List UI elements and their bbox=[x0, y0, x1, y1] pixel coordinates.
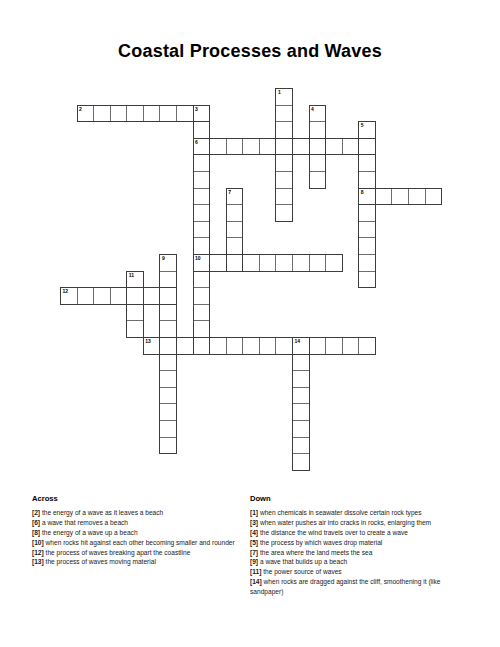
crossword-cell-r1c15 bbox=[309, 105, 327, 123]
crossword-cell-r2c15 bbox=[309, 121, 327, 139]
down-header: Down bbox=[250, 494, 468, 504]
crossword-cell-r19c14 bbox=[292, 403, 310, 421]
clue-number: [8] bbox=[32, 529, 40, 536]
clue-down-4: [4] the distance the wind travels over t… bbox=[250, 528, 468, 538]
crossword-cell-r9c10 bbox=[226, 237, 244, 255]
crossword-cell-r3c16 bbox=[325, 138, 343, 156]
crossword-cell-r2c8 bbox=[193, 121, 211, 139]
crossword-cell-r10c12 bbox=[259, 254, 277, 272]
clue-number: [10] bbox=[32, 539, 44, 546]
crossword-cell-r12c0 bbox=[60, 287, 78, 305]
clue-number: [1] bbox=[250, 509, 258, 516]
crossword-cell-r10c18 bbox=[358, 254, 376, 272]
crossword-cell-r12c4 bbox=[126, 287, 144, 305]
crossword-cell-r14c6 bbox=[159, 320, 177, 338]
clue-number: [4] bbox=[250, 529, 258, 536]
crossword-cell-r1c1 bbox=[77, 105, 95, 123]
down-clues-column: Down [1] when chemicals in seawater diss… bbox=[250, 494, 468, 597]
across-clue-list: [2] the energy of a wave as it leaves a … bbox=[32, 508, 251, 567]
crossword-cell-r4c13 bbox=[275, 154, 293, 172]
crossword-cell-r9c18 bbox=[358, 237, 376, 255]
clue-number: [12] bbox=[32, 549, 44, 556]
crossword-cell-r15c13 bbox=[275, 337, 293, 355]
crossword-cell-r10c10 bbox=[226, 254, 244, 272]
crossword-cell-r9c8 bbox=[193, 237, 211, 255]
crossword-cell-r21c6 bbox=[159, 437, 177, 455]
crossword-cell-r4c8 bbox=[193, 154, 211, 172]
crossword-cell-r4c15 bbox=[309, 154, 327, 172]
crossword-cell-r15c8 bbox=[193, 337, 211, 355]
crossword-cell-r7c13 bbox=[275, 204, 293, 222]
clue-number: [14] bbox=[250, 578, 262, 585]
crossword-cell-r15c16 bbox=[325, 337, 343, 355]
clue-across-8: [8] the energy of a wave up a beach bbox=[32, 528, 251, 538]
page-title: Coastal Processes and Waves bbox=[0, 41, 500, 62]
crossword-cell-r15c5 bbox=[143, 337, 161, 355]
clue-down-14: [14] when rocks are dragged against the … bbox=[250, 577, 468, 597]
crossword-cell-r5c15 bbox=[309, 171, 327, 189]
crossword-cell-r3c12 bbox=[259, 138, 277, 156]
crossword-cell-r1c13 bbox=[275, 105, 293, 123]
crossword-cell-r13c8 bbox=[193, 304, 211, 322]
crossword-cell-r6c18 bbox=[358, 188, 376, 206]
crossword-cell-r3c13 bbox=[275, 138, 293, 156]
clue-number: [11] bbox=[250, 568, 261, 575]
crossword-cell-r14c4 bbox=[126, 320, 144, 338]
down-clue-list: [1] when chemicals in seawater dissolve … bbox=[250, 508, 468, 597]
crossword-cell-r22c14 bbox=[292, 453, 310, 471]
crossword-cell-r16c14 bbox=[292, 354, 310, 372]
crossword-cell-r1c5 bbox=[143, 105, 161, 123]
crossword-cell-r5c13 bbox=[275, 171, 293, 189]
crossword-cell-r6c8 bbox=[193, 188, 211, 206]
crossword-cell-r1c7 bbox=[176, 105, 194, 123]
crossword-cell-r17c14 bbox=[292, 370, 310, 388]
clue-number: [7] bbox=[250, 549, 258, 556]
crossword-cell-r3c8 bbox=[193, 138, 211, 156]
crossword-cell-r8c10 bbox=[226, 221, 244, 239]
crossword-cell-r13c4 bbox=[126, 304, 144, 322]
crossword-cell-r6c22 bbox=[425, 188, 443, 206]
across-clues-column: Across [2] the energy of a wave as it le… bbox=[32, 494, 251, 567]
clue-number: [6] bbox=[32, 519, 40, 526]
crossword-cell-r11c4 bbox=[126, 271, 144, 289]
crossword-cell-r1c4 bbox=[126, 105, 144, 123]
crossword-cell-r1c2 bbox=[93, 105, 111, 123]
crossword-cell-r12c3 bbox=[110, 287, 128, 305]
crossword-cell-r12c1 bbox=[77, 287, 95, 305]
clue-down-7: [7] the area where the land meets the se… bbox=[250, 548, 468, 558]
crossword-cell-r5c8 bbox=[193, 171, 211, 189]
crossword-cell-r8c18 bbox=[358, 221, 376, 239]
crossword-cell-r6c13 bbox=[275, 188, 293, 206]
across-header: Across bbox=[32, 494, 251, 504]
crossword-cell-r3c11 bbox=[242, 138, 260, 156]
crossword-cell-r0c13 bbox=[275, 88, 293, 106]
crossword-cell-r12c8 bbox=[193, 287, 211, 305]
crossword-cell-r10c15 bbox=[309, 254, 327, 272]
crossword-cell-r2c18 bbox=[358, 121, 376, 139]
crossword-cell-r8c8 bbox=[193, 221, 211, 239]
crossword-cell-r7c18 bbox=[358, 204, 376, 222]
crossword-cell-r10c6 bbox=[159, 254, 177, 272]
clue-down-5: [5] the process by which waves drop mate… bbox=[250, 538, 468, 548]
crossword-cell-r11c8 bbox=[193, 271, 211, 289]
clue-across-6: [6] a wave that removes a beach bbox=[32, 518, 251, 528]
crossword-cell-r16c6 bbox=[159, 354, 177, 372]
crossword-cell-r12c2 bbox=[93, 287, 111, 305]
crossword-cell-r15c7 bbox=[176, 337, 194, 355]
crossword-cell-r1c8 bbox=[193, 105, 211, 123]
crossword-cell-r15c11 bbox=[242, 337, 260, 355]
crossword-cell-r15c12 bbox=[259, 337, 277, 355]
crossword-cell-r18c14 bbox=[292, 387, 310, 405]
clue-across-12: [12] the process of waves breaking apart… bbox=[32, 548, 251, 558]
crossword-cell-r20c14 bbox=[292, 420, 310, 438]
crossword-cell-r14c8 bbox=[193, 320, 211, 338]
clue-down-11: [11] the power source of waves bbox=[250, 567, 468, 577]
crossword-cell-r6c21 bbox=[408, 188, 426, 206]
clue-down-1: [1] when chemicals in seawater dissolve … bbox=[250, 508, 468, 518]
clue-across-10: [10] when rocks hit against each other b… bbox=[32, 538, 251, 548]
crossword-cell-r3c17 bbox=[342, 138, 360, 156]
crossword-cell-r13c6 bbox=[159, 304, 177, 322]
crossword-cell-r11c6 bbox=[159, 271, 177, 289]
crossword-cell-r3c15 bbox=[309, 138, 327, 156]
crossword-cell-r15c6 bbox=[159, 337, 177, 355]
crossword-cell-r15c9 bbox=[209, 337, 227, 355]
crossword-cell-r12c5 bbox=[143, 287, 161, 305]
crossword-cell-r19c6 bbox=[159, 403, 177, 421]
crossword-cell-r21c14 bbox=[292, 437, 310, 455]
crossword-cell-r10c9 bbox=[209, 254, 227, 272]
crossword-cell-r12c6 bbox=[159, 287, 177, 305]
crossword-cell-r15c15 bbox=[309, 337, 327, 355]
crossword-cell-r6c19 bbox=[375, 188, 393, 206]
clue-across-13: [13] the process of waves moving materia… bbox=[32, 557, 251, 567]
crossword-cell-r15c14 bbox=[292, 337, 310, 355]
crossword-cell-r15c18 bbox=[358, 337, 376, 355]
crossword-cell-r3c14 bbox=[292, 138, 310, 156]
crossword-cell-r11c18 bbox=[358, 271, 376, 289]
crossword-cell-r10c8 bbox=[193, 254, 211, 272]
clue-number: [5] bbox=[250, 539, 258, 546]
crossword-cell-r7c8 bbox=[193, 204, 211, 222]
clue-number: [2] bbox=[32, 509, 40, 516]
crossword-cell-r2c13 bbox=[275, 121, 293, 139]
crossword-cell-r1c6 bbox=[159, 105, 177, 123]
crossword-cell-r20c6 bbox=[159, 420, 177, 438]
crossword-cell-r3c9 bbox=[209, 138, 227, 156]
crossword-cell-r1c3 bbox=[110, 105, 128, 123]
clue-across-2: [2] the energy of a wave as it leaves a … bbox=[32, 508, 251, 518]
crossword-cell-r10c14 bbox=[292, 254, 310, 272]
crossword-cell-r6c20 bbox=[391, 188, 409, 206]
crossword-cell-r4c18 bbox=[358, 154, 376, 172]
clue-number: [3] bbox=[250, 519, 258, 526]
crossword-cell-r10c16 bbox=[325, 254, 343, 272]
clue-number: [13] bbox=[32, 558, 44, 565]
crossword-cell-r3c18 bbox=[358, 138, 376, 156]
crossword-cell-r5c18 bbox=[358, 171, 376, 189]
crossword-cell-r10c13 bbox=[275, 254, 293, 272]
crossword-cell-r3c10 bbox=[226, 138, 244, 156]
crossword-cell-r10c11 bbox=[242, 254, 260, 272]
crossword-cell-r7c10 bbox=[226, 204, 244, 222]
crossword-cell-r15c17 bbox=[342, 337, 360, 355]
crossword-cell-r6c10 bbox=[226, 188, 244, 206]
clue-number: [9] bbox=[250, 558, 258, 565]
crossword-cell-r18c6 bbox=[159, 387, 177, 405]
crossword-cell-r17c6 bbox=[159, 370, 177, 388]
crossword-board: 1234567891011121314 bbox=[60, 88, 443, 472]
clue-down-9: [9] a wave that builds up a beach bbox=[250, 557, 468, 567]
crossword-cell-r15c10 bbox=[226, 337, 244, 355]
clue-down-3: [3] when water pushes air into cracks in… bbox=[250, 518, 468, 528]
